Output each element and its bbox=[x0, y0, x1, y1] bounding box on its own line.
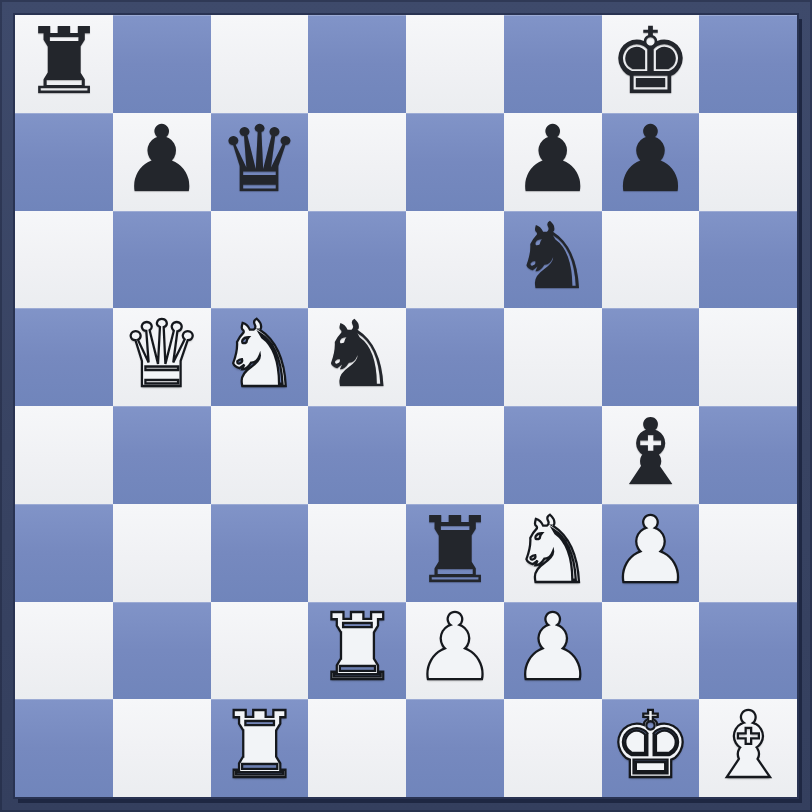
square-g2[interactable] bbox=[602, 602, 700, 700]
square-c2[interactable] bbox=[211, 602, 309, 700]
square-g3[interactable]: ♟ bbox=[602, 504, 700, 602]
square-b1[interactable] bbox=[113, 699, 211, 797]
piece-black-pawn[interactable]: ♟ bbox=[120, 114, 202, 206]
square-a5[interactable] bbox=[15, 308, 113, 406]
square-b6[interactable] bbox=[113, 211, 211, 309]
square-h4[interactable] bbox=[699, 406, 797, 504]
square-f2[interactable]: ♟ bbox=[504, 602, 602, 700]
square-e6[interactable] bbox=[406, 211, 504, 309]
square-c4[interactable] bbox=[211, 406, 309, 504]
square-c1[interactable]: ♜ bbox=[211, 699, 309, 797]
square-d5[interactable]: ♞ bbox=[308, 308, 406, 406]
piece-white-knight[interactable]: ♞ bbox=[218, 309, 300, 401]
piece-white-rook[interactable]: ♜ bbox=[316, 602, 398, 694]
square-f7[interactable]: ♟ bbox=[504, 113, 602, 211]
square-d4[interactable] bbox=[308, 406, 406, 504]
square-e4[interactable] bbox=[406, 406, 504, 504]
square-g8[interactable]: ♚ bbox=[602, 15, 700, 113]
square-b7[interactable]: ♟ bbox=[113, 113, 211, 211]
square-d6[interactable] bbox=[308, 211, 406, 309]
square-a6[interactable] bbox=[15, 211, 113, 309]
square-h1[interactable]: ♝ bbox=[699, 699, 797, 797]
square-e5[interactable] bbox=[406, 308, 504, 406]
square-g4[interactable]: ♝ bbox=[602, 406, 700, 504]
square-f8[interactable] bbox=[504, 15, 602, 113]
board-frame: ♜♚♟♛♟♟♞♛♞♞♝♜♞♟♜♟♟♜♚♝ bbox=[0, 0, 812, 812]
square-d7[interactable] bbox=[308, 113, 406, 211]
piece-black-pawn[interactable]: ♟ bbox=[609, 114, 691, 206]
square-e8[interactable] bbox=[406, 15, 504, 113]
piece-black-rook[interactable]: ♜ bbox=[414, 505, 496, 597]
piece-white-king[interactable]: ♚ bbox=[609, 700, 691, 792]
square-g7[interactable]: ♟ bbox=[602, 113, 700, 211]
square-f4[interactable] bbox=[504, 406, 602, 504]
square-h5[interactable] bbox=[699, 308, 797, 406]
square-e3[interactable]: ♜ bbox=[406, 504, 504, 602]
square-e1[interactable] bbox=[406, 699, 504, 797]
square-h3[interactable] bbox=[699, 504, 797, 602]
piece-black-pawn[interactable]: ♟ bbox=[511, 114, 593, 206]
square-d3[interactable] bbox=[308, 504, 406, 602]
square-c7[interactable]: ♛ bbox=[211, 113, 309, 211]
piece-white-queen[interactable]: ♛ bbox=[120, 309, 202, 401]
piece-white-rook[interactable]: ♜ bbox=[218, 700, 300, 792]
piece-white-pawn[interactable]: ♟ bbox=[609, 505, 691, 597]
square-b2[interactable] bbox=[113, 602, 211, 700]
square-c8[interactable] bbox=[211, 15, 309, 113]
square-a4[interactable] bbox=[15, 406, 113, 504]
square-d1[interactable] bbox=[308, 699, 406, 797]
square-f3[interactable]: ♞ bbox=[504, 504, 602, 602]
square-h8[interactable] bbox=[699, 15, 797, 113]
square-a1[interactable] bbox=[15, 699, 113, 797]
piece-black-knight[interactable]: ♞ bbox=[316, 309, 398, 401]
square-b3[interactable] bbox=[113, 504, 211, 602]
piece-black-knight[interactable]: ♞ bbox=[511, 211, 593, 303]
piece-black-bishop[interactable]: ♝ bbox=[609, 407, 691, 499]
square-d8[interactable] bbox=[308, 15, 406, 113]
square-b4[interactable] bbox=[113, 406, 211, 504]
square-a8[interactable]: ♜ bbox=[15, 15, 113, 113]
square-b5[interactable]: ♛ bbox=[113, 308, 211, 406]
square-g1[interactable]: ♚ bbox=[602, 699, 700, 797]
square-e2[interactable]: ♟ bbox=[406, 602, 504, 700]
square-d2[interactable]: ♜ bbox=[308, 602, 406, 700]
square-b8[interactable] bbox=[113, 15, 211, 113]
piece-white-pawn[interactable]: ♟ bbox=[511, 602, 593, 694]
square-c6[interactable] bbox=[211, 211, 309, 309]
square-c3[interactable] bbox=[211, 504, 309, 602]
piece-white-pawn[interactable]: ♟ bbox=[414, 602, 496, 694]
square-f5[interactable] bbox=[504, 308, 602, 406]
piece-white-knight[interactable]: ♞ bbox=[511, 505, 593, 597]
piece-black-rook[interactable]: ♜ bbox=[23, 16, 105, 108]
square-h2[interactable] bbox=[699, 602, 797, 700]
square-a3[interactable] bbox=[15, 504, 113, 602]
piece-black-queen[interactable]: ♛ bbox=[218, 114, 300, 206]
square-f6[interactable]: ♞ bbox=[504, 211, 602, 309]
square-f1[interactable] bbox=[504, 699, 602, 797]
piece-white-bishop[interactable]: ♝ bbox=[707, 700, 789, 792]
piece-black-king[interactable]: ♚ bbox=[609, 16, 691, 108]
square-h7[interactable] bbox=[699, 113, 797, 211]
square-g6[interactable] bbox=[602, 211, 700, 309]
square-a2[interactable] bbox=[15, 602, 113, 700]
square-a7[interactable] bbox=[15, 113, 113, 211]
chess-board: ♜♚♟♛♟♟♞♛♞♞♝♜♞♟♜♟♟♜♚♝ bbox=[13, 13, 799, 799]
square-e7[interactable] bbox=[406, 113, 504, 211]
square-h6[interactable] bbox=[699, 211, 797, 309]
square-g5[interactable] bbox=[602, 308, 700, 406]
square-c5[interactable]: ♞ bbox=[211, 308, 309, 406]
